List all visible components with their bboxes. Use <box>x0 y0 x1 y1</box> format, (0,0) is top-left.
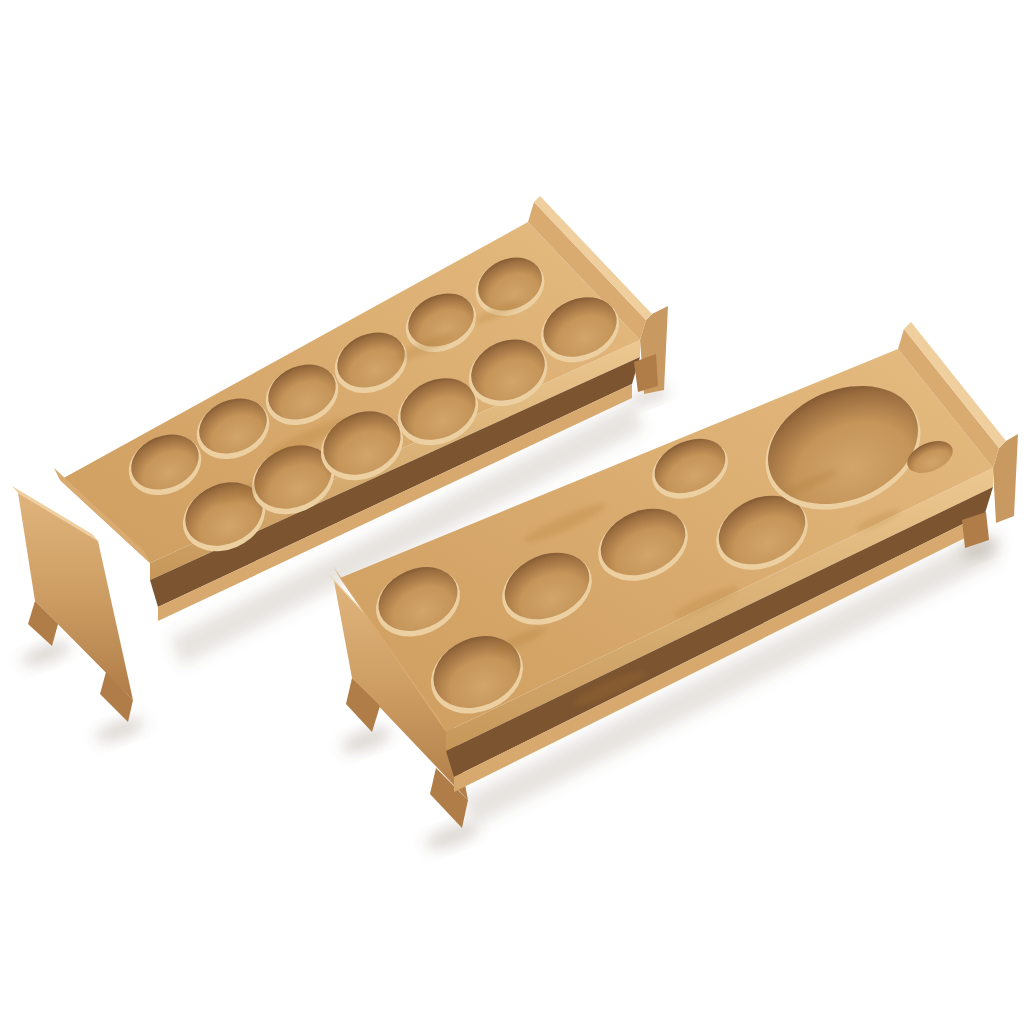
product-photo <box>0 0 1024 1024</box>
scene-canvas <box>0 0 1024 1024</box>
